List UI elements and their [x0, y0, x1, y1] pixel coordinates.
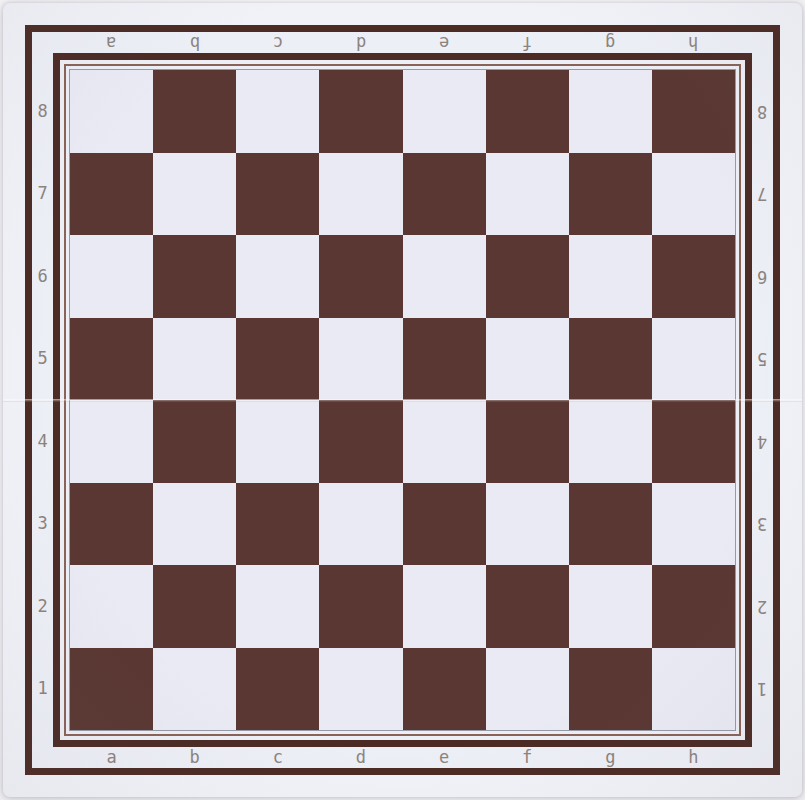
rank-label-right-5: 5: [752, 318, 773, 401]
square-e5[interactable]: [403, 318, 486, 401]
square-f8[interactable]: [486, 70, 569, 153]
square-c8[interactable]: [236, 70, 319, 153]
file-label-bottom-e: e: [403, 747, 486, 768]
square-b7[interactable]: [153, 153, 236, 236]
file-labels-bottom: abcdefgh: [70, 747, 735, 768]
file-label-bottom-c: c: [236, 747, 319, 768]
square-b3[interactable]: [153, 483, 236, 566]
square-h8[interactable]: [652, 70, 735, 153]
file-label-top-f: f: [486, 32, 569, 53]
square-b2[interactable]: [153, 565, 236, 648]
square-a7[interactable]: [70, 153, 153, 236]
square-d1[interactable]: [319, 648, 402, 731]
rank-labels-left: 87654321: [32, 70, 53, 730]
square-b6[interactable]: [153, 235, 236, 318]
board-inner-frame: [53, 53, 752, 747]
rank-label-right-8: 8: [752, 70, 773, 153]
square-b5[interactable]: [153, 318, 236, 401]
square-d7[interactable]: [319, 153, 402, 236]
square-f5[interactable]: [486, 318, 569, 401]
square-c6[interactable]: [236, 235, 319, 318]
square-d3[interactable]: [319, 483, 402, 566]
file-labels-top: abcdefgh: [70, 32, 735, 53]
rank-label-left-5: 5: [32, 318, 53, 401]
file-label-bottom-d: d: [319, 747, 402, 768]
rank-label-left-2: 2: [32, 565, 53, 648]
square-e3[interactable]: [403, 483, 486, 566]
rank-label-right-1: 1: [752, 648, 773, 731]
rank-labels-right: 87654321: [752, 70, 773, 730]
square-h2[interactable]: [652, 565, 735, 648]
square-d8[interactable]: [319, 70, 402, 153]
file-label-bottom-b: b: [153, 747, 236, 768]
square-f6[interactable]: [486, 235, 569, 318]
square-d5[interactable]: [319, 318, 402, 401]
square-h5[interactable]: [652, 318, 735, 401]
rank-label-right-3: 3: [752, 483, 773, 566]
square-e2[interactable]: [403, 565, 486, 648]
file-label-top-d: d: [319, 32, 402, 53]
square-g4[interactable]: [569, 400, 652, 483]
file-label-bottom-h: h: [652, 747, 735, 768]
square-f3[interactable]: [486, 483, 569, 566]
square-e8[interactable]: [403, 70, 486, 153]
square-c2[interactable]: [236, 565, 319, 648]
square-e7[interactable]: [403, 153, 486, 236]
file-label-top-g: g: [569, 32, 652, 53]
rank-label-left-8: 8: [32, 70, 53, 153]
file-label-top-b: b: [153, 32, 236, 53]
square-f1[interactable]: [486, 648, 569, 731]
square-g8[interactable]: [569, 70, 652, 153]
square-c4[interactable]: [236, 400, 319, 483]
square-e1[interactable]: [403, 648, 486, 731]
square-a5[interactable]: [70, 318, 153, 401]
square-f4[interactable]: [486, 400, 569, 483]
rank-label-left-6: 6: [32, 235, 53, 318]
square-a8[interactable]: [70, 70, 153, 153]
square-h3[interactable]: [652, 483, 735, 566]
rank-label-left-7: 7: [32, 153, 53, 236]
rank-label-left-1: 1: [32, 648, 53, 731]
square-e4[interactable]: [403, 400, 486, 483]
file-label-top-a: a: [70, 32, 153, 53]
square-a1[interactable]: [70, 648, 153, 731]
chessboard: abcdefgh abcdefgh 87654321 87654321: [3, 3, 802, 797]
board-photo: abcdefgh abcdefgh 87654321 87654321: [0, 0, 805, 800]
file-label-top-c: c: [236, 32, 319, 53]
square-a2[interactable]: [70, 565, 153, 648]
playing-field: [70, 70, 735, 730]
square-h1[interactable]: [652, 648, 735, 731]
rank-label-right-2: 2: [752, 565, 773, 648]
file-label-bottom-a: a: [70, 747, 153, 768]
rank-label-left-3: 3: [32, 483, 53, 566]
file-label-top-e: e: [403, 32, 486, 53]
square-h7[interactable]: [652, 153, 735, 236]
square-g5[interactable]: [569, 318, 652, 401]
square-c5[interactable]: [236, 318, 319, 401]
square-g7[interactable]: [569, 153, 652, 236]
square-g1[interactable]: [569, 648, 652, 731]
board-accent-line: [64, 64, 741, 736]
square-b8[interactable]: [153, 70, 236, 153]
square-a3[interactable]: [70, 483, 153, 566]
square-c7[interactable]: [236, 153, 319, 236]
square-g6[interactable]: [569, 235, 652, 318]
square-b1[interactable]: [153, 648, 236, 731]
square-d6[interactable]: [319, 235, 402, 318]
file-label-bottom-f: f: [486, 747, 569, 768]
square-a6[interactable]: [70, 235, 153, 318]
file-label-bottom-g: g: [569, 747, 652, 768]
file-label-top-h: h: [652, 32, 735, 53]
square-c1[interactable]: [236, 648, 319, 731]
square-g3[interactable]: [569, 483, 652, 566]
square-b4[interactable]: [153, 400, 236, 483]
square-f7[interactable]: [486, 153, 569, 236]
square-a4[interactable]: [70, 400, 153, 483]
square-c3[interactable]: [236, 483, 319, 566]
rank-label-right-7: 7: [752, 153, 773, 236]
square-h4[interactable]: [652, 400, 735, 483]
rank-label-right-4: 4: [752, 400, 773, 483]
square-f2[interactable]: [486, 565, 569, 648]
square-d4[interactable]: [319, 400, 402, 483]
board-outer-frame: [25, 25, 780, 775]
square-g2[interactable]: [569, 565, 652, 648]
square-d2[interactable]: [319, 565, 402, 648]
rank-label-left-4: 4: [32, 400, 53, 483]
square-h6[interactable]: [652, 235, 735, 318]
square-e6[interactable]: [403, 235, 486, 318]
rank-label-right-6: 6: [752, 235, 773, 318]
